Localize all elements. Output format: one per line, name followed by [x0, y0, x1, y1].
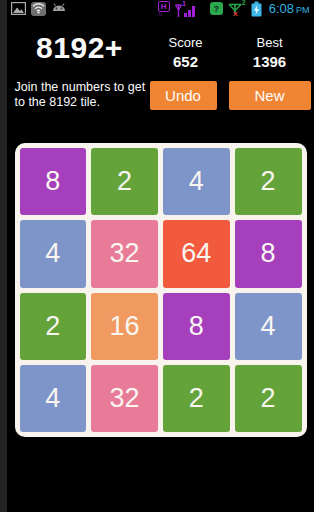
unknown-status-icon: ? [210, 2, 223, 15]
screen: H ↑↓ 1 ? 2 × [7, 0, 314, 512]
signal-strength-icon: 1 [175, 1, 196, 17]
best-value: 1396 [240, 53, 300, 70]
clock-time: 6:08 [269, 1, 294, 16]
hspa-data-icon: H ↑↓ [158, 1, 170, 17]
tile-2: 2 [163, 365, 230, 432]
no-signal-icon: 2 × [228, 1, 246, 17]
tile-8: 8 [235, 220, 302, 287]
clock: 6:08 PM [269, 1, 310, 16]
subtitle-line-2: to the 8192 tile. [15, 95, 155, 110]
tile-32: 32 [91, 220, 158, 287]
tile-32: 32 [91, 365, 158, 432]
screenshot-icon [11, 2, 26, 15]
android-icon [51, 2, 67, 15]
best-box: Best 1396 [240, 35, 300, 70]
tile-16: 16 [91, 293, 158, 360]
score-value: 652 [156, 53, 216, 70]
tile-2: 2 [235, 365, 302, 432]
tile-4: 4 [235, 293, 302, 360]
tile-2: 2 [91, 148, 158, 215]
new-game-button[interactable]: New [229, 81, 311, 110]
clock-ampm: PM [296, 5, 310, 15]
tile-8: 8 [163, 293, 230, 360]
status-bar[interactable]: H ↑↓ 1 ? 2 × [7, 0, 314, 17]
score-box: Score 652 [156, 35, 216, 70]
tile-2: 2 [235, 148, 302, 215]
wifi-icon [31, 2, 46, 16]
best-label: Best [240, 35, 300, 50]
tile-4: 4 [20, 220, 87, 287]
board[interactable]: 82424326482168443222 [15, 143, 307, 437]
tile-4: 4 [163, 148, 230, 215]
app-title: 8192+ [35, 31, 125, 65]
subtitle-line-1: Join the numbers to get [15, 80, 155, 95]
tile-64: 64 [163, 220, 230, 287]
tile-2: 2 [20, 293, 87, 360]
tile-4: 4 [20, 365, 87, 432]
score-label: Score [156, 35, 216, 50]
tile-8: 8 [20, 148, 87, 215]
battery-charging-icon [251, 1, 262, 17]
undo-button[interactable]: Undo [150, 81, 217, 110]
subtitle: Join the numbers to get to the 8192 tile… [15, 80, 155, 110]
